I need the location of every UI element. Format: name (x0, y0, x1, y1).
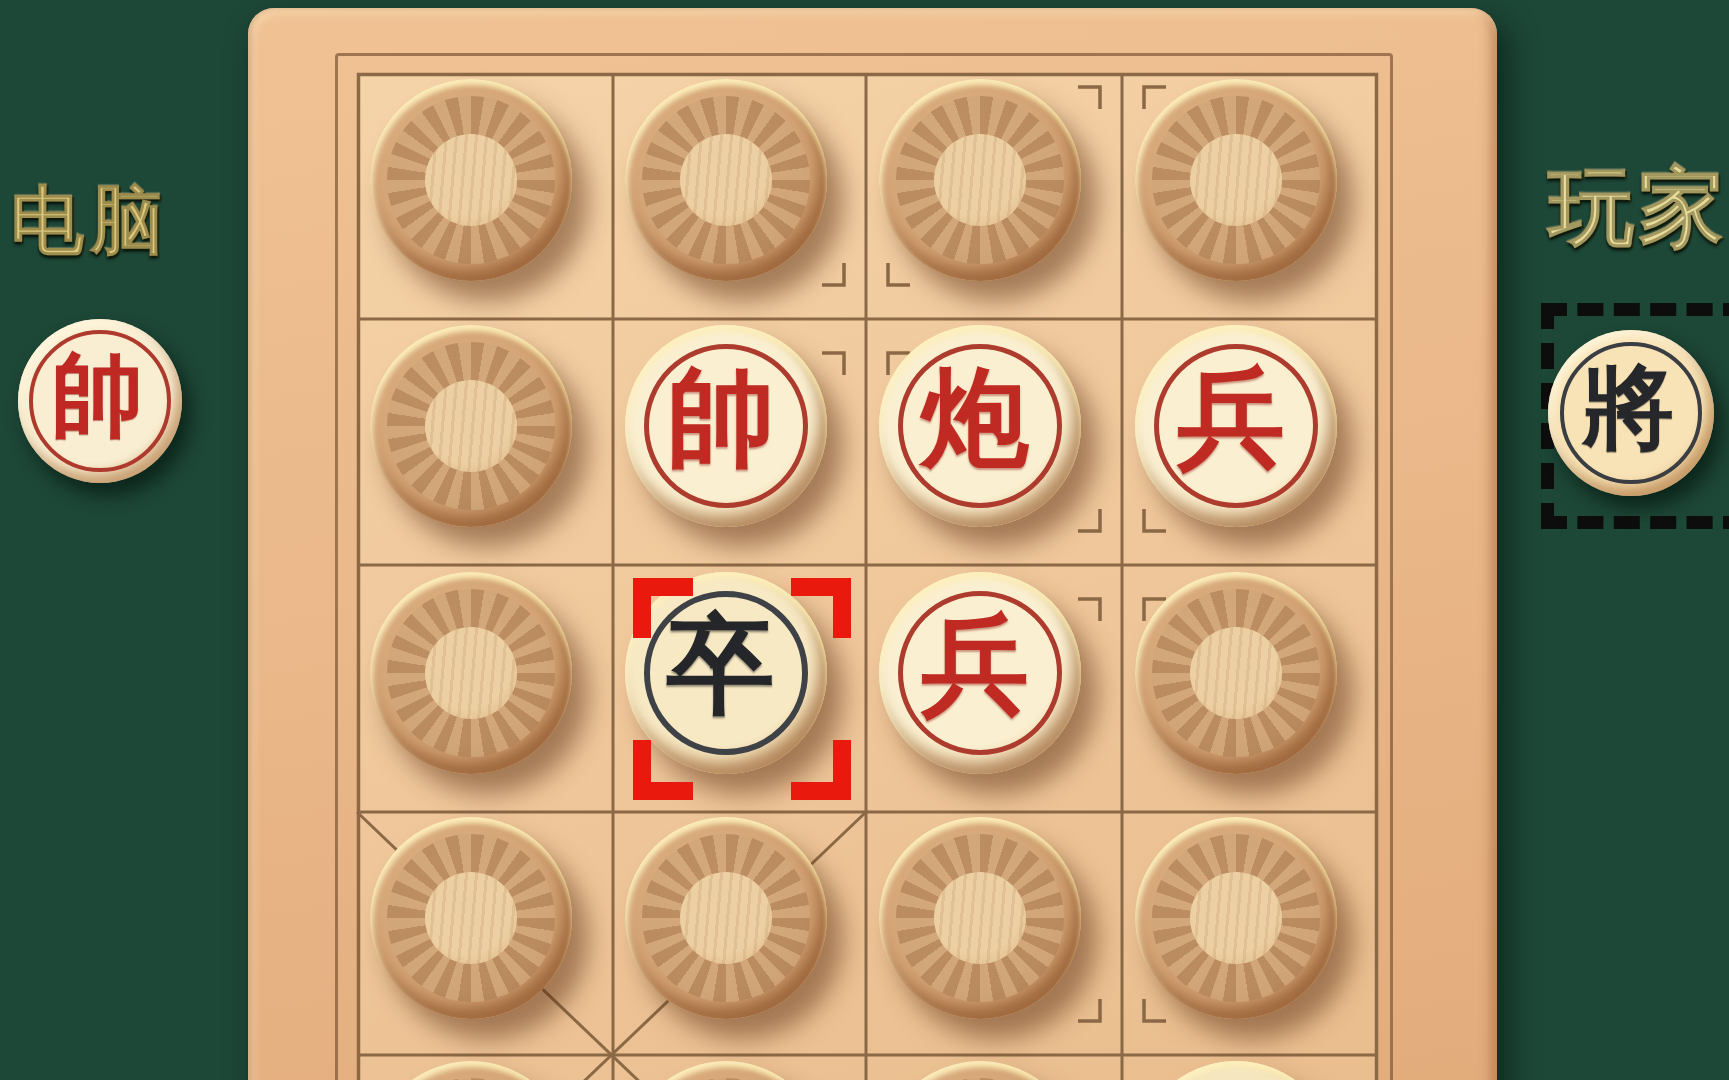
board-cell-r3c4[interactable] (1122, 565, 1378, 812)
board-cell-r5c1[interactable] (357, 1055, 613, 1080)
board-cell-r1c4[interactable] (1122, 73, 1378, 319)
computer-label: 电脑 (10, 172, 170, 272)
face-down-piece[interactable] (1135, 817, 1337, 1019)
face-down-piece[interactable] (370, 572, 572, 774)
selection-bracket-bl (633, 740, 693, 800)
player-label: 玩家 (1548, 150, 1728, 267)
face-down-piece[interactable] (370, 817, 572, 1019)
board-cell-r4c2[interactable] (613, 812, 866, 1055)
board-cell-r2c1[interactable] (357, 319, 613, 565)
face-down-piece[interactable] (1135, 572, 1337, 774)
board-cell-r1c1[interactable] (357, 73, 613, 319)
face-down-piece[interactable] (370, 1061, 572, 1080)
computer-piece-character: 帥 (51, 334, 143, 458)
face-down-piece[interactable] (370, 325, 572, 527)
piece-character: 兵 (1177, 346, 1285, 492)
player-side-piece-black-general: 將 (1548, 330, 1714, 496)
board-cell-r3c2[interactable]: 卒 (613, 565, 866, 812)
board-cell-r2c3[interactable]: 炮 (866, 319, 1122, 565)
board-cell-r4c4[interactable] (1122, 812, 1378, 1055)
selection-bracket-br (791, 740, 851, 800)
board-cell-r3c1[interactable] (357, 565, 613, 812)
face-down-piece[interactable] (625, 817, 827, 1019)
computer-side-piece-red-marshal: 帥 (18, 319, 182, 483)
board-cell-r5c3[interactable] (866, 1055, 1122, 1080)
red-piece-帥[interactable]: 帥 (625, 325, 827, 527)
red-piece-炮[interactable]: 炮 (879, 325, 1081, 527)
face-down-piece[interactable] (370, 79, 572, 281)
board-cell-r1c3[interactable] (866, 73, 1122, 319)
player-piece-character: 將 (1582, 346, 1674, 470)
selection-bracket-tr (791, 578, 851, 638)
red-piece-兵[interactable]: 兵 (879, 572, 1081, 774)
face-down-piece[interactable] (625, 79, 827, 281)
red-piece-兵[interactable]: 兵 (1135, 325, 1337, 527)
board-cell-r4c1[interactable] (357, 812, 613, 1055)
piece-character: 炮 (921, 346, 1029, 492)
board-cell-r4c3[interactable] (866, 812, 1122, 1055)
face-down-piece[interactable] (879, 817, 1081, 1019)
face-down-piece[interactable] (879, 79, 1081, 281)
board-cell-r3c3[interactable]: 兵 (866, 565, 1122, 812)
face-down-piece[interactable] (625, 1061, 827, 1080)
piece-character: 兵 (921, 593, 1029, 739)
board-cell-r2c2[interactable]: 帥 (613, 319, 866, 565)
selection-bracket-tl (633, 578, 693, 638)
face-down-piece[interactable] (879, 1061, 1081, 1080)
board-cell-r1c2[interactable] (613, 73, 866, 319)
board-cell-r5c2[interactable] (613, 1055, 866, 1080)
partially-visible-dark-piece[interactable] (1135, 1061, 1337, 1080)
board-cell-r2c4[interactable]: 兵 (1122, 319, 1378, 565)
board-cell-r5c4[interactable] (1122, 1055, 1378, 1080)
game-screen: 电脑 帥 玩家 將 (0, 0, 1729, 1080)
piece-character: 帥 (667, 346, 775, 492)
face-down-piece[interactable] (1135, 79, 1337, 281)
